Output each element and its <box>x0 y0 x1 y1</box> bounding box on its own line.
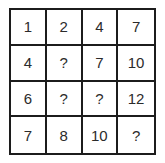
grid-cell: 1 <box>11 10 47 46</box>
grid-cell-unknown[interactable]: ? <box>118 117 154 153</box>
grid-cell: 12 <box>118 82 154 118</box>
grid-cell-unknown[interactable]: ? <box>83 82 119 118</box>
grid-cell: 2 <box>47 10 83 46</box>
grid-cell: 10 <box>118 46 154 82</box>
grid-cell: 6 <box>11 82 47 118</box>
grid-cell: 8 <box>47 117 83 153</box>
grid-cell: 7 <box>118 10 154 46</box>
grid-cell-unknown[interactable]: ? <box>47 46 83 82</box>
grid-cell: 7 <box>83 46 119 82</box>
grid-cell: 4 <box>11 46 47 82</box>
grid-cell-unknown[interactable]: ? <box>47 82 83 118</box>
puzzle-grid: 12474?7106??127810? <box>9 8 156 155</box>
grid-cell: 4 <box>83 10 119 46</box>
grid-cell: 7 <box>11 117 47 153</box>
grid-cell: 10 <box>83 117 119 153</box>
